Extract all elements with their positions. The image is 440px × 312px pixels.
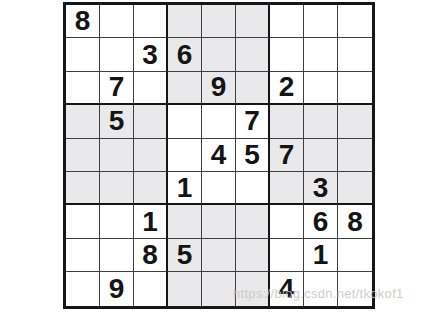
cell-r7c3-given: 1 [134,205,168,238]
cell-r1c1-given: 8 [66,5,100,38]
cell-r8c6-empty [236,239,270,272]
sudoku-board: 836792574571316885194 [63,2,375,309]
cell-r3c5-given: 9 [202,72,236,105]
cell-r4c7-empty [270,105,304,138]
cell-r1c9-empty [338,5,372,38]
cell-r3c3-empty [134,72,168,105]
cell-r3c1-empty [66,72,100,105]
cell-r5c6-given: 5 [236,139,270,172]
cell-r5c2-empty [100,139,134,172]
cell-r9c6-empty [236,272,270,305]
cell-r5c5-given: 4 [202,139,236,172]
cell-r2c3-given: 3 [134,38,168,71]
cell-r7c5-empty [202,205,236,238]
cell-r6c7-empty [270,172,304,205]
cell-r5c4-empty [168,139,202,172]
cell-r2c2-empty [100,38,134,71]
cell-r3c2-given: 7 [100,72,134,105]
cell-r7c2-empty [100,205,134,238]
cell-r2c9-empty [338,38,372,71]
cell-r8c8-given: 1 [304,239,338,272]
cell-r1c4-empty [168,5,202,38]
cell-r5c7-given: 7 [270,139,304,172]
cell-r1c6-empty [236,5,270,38]
cell-r4c6-given: 7 [236,105,270,138]
cell-r2c5-empty [202,38,236,71]
cell-r9c5-empty [202,272,236,305]
cell-r8c5-empty [202,239,236,272]
cell-r8c3-given: 8 [134,239,168,272]
cell-r9c4-empty [168,272,202,305]
cell-r7c1-empty [66,205,100,238]
cell-r4c8-empty [304,105,338,138]
cell-r6c9-empty [338,172,372,205]
cell-r3c8-empty [304,72,338,105]
cell-r5c3-empty [134,139,168,172]
cell-r8c1-empty [66,239,100,272]
cell-r9c1-empty [66,272,100,305]
cell-r3c7-given: 2 [270,72,304,105]
cell-r5c1-empty [66,139,100,172]
cell-r1c5-empty [202,5,236,38]
cell-r4c5-empty [202,105,236,138]
cell-r3c6-empty [236,72,270,105]
cell-r9c3-empty [134,272,168,305]
cell-r6c3-empty [134,172,168,205]
cell-r8c9-empty [338,239,372,272]
cell-r4c9-empty [338,105,372,138]
cell-r2c7-empty [270,38,304,71]
cell-r8c2-empty [100,239,134,272]
cell-r9c7-given: 4 [270,272,304,305]
cell-r6c2-empty [100,172,134,205]
cell-r8c4-given: 5 [168,239,202,272]
cell-r1c2-empty [100,5,134,38]
cell-r1c3-empty [134,5,168,38]
cell-r7c6-empty [236,205,270,238]
cell-r9c9-empty [338,272,372,305]
cell-r7c8-given: 6 [304,205,338,238]
cell-r4c3-empty [134,105,168,138]
cell-r3c9-empty [338,72,372,105]
cell-r8c7-empty [270,239,304,272]
cell-r9c8-empty [304,272,338,305]
cell-r2c1-empty [66,38,100,71]
cell-r1c8-empty [304,5,338,38]
cell-r6c1-empty [66,172,100,205]
cell-r4c4-empty [168,105,202,138]
cell-r5c8-empty [304,139,338,172]
cell-r6c4-given: 1 [168,172,202,205]
cell-r7c4-empty [168,205,202,238]
cell-r4c2-given: 5 [100,105,134,138]
cell-r2c8-empty [304,38,338,71]
cell-r7c9-given: 8 [338,205,372,238]
cell-r5c9-empty [338,139,372,172]
cell-r6c5-empty [202,172,236,205]
cell-r2c6-empty [236,38,270,71]
cell-r4c1-empty [66,105,100,138]
cell-r6c8-given: 3 [304,172,338,205]
cell-r3c4-empty [168,72,202,105]
cell-r2c4-given: 6 [168,38,202,71]
cell-r1c7-empty [270,5,304,38]
cell-r9c2-given: 9 [100,272,134,305]
cell-r7c7-empty [270,205,304,238]
cell-r6c6-empty [236,172,270,205]
